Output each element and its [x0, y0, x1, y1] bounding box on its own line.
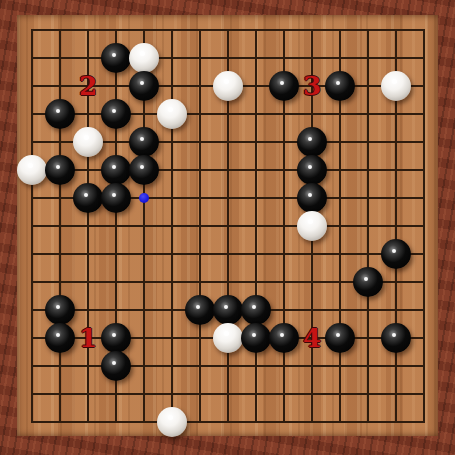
black-stone[interactable] — [101, 323, 131, 353]
white-stone[interactable] — [17, 155, 47, 185]
black-stone[interactable] — [45, 295, 75, 325]
last-move-marker — [139, 193, 149, 203]
black-stone[interactable] — [45, 155, 75, 185]
black-stone[interactable] — [129, 71, 159, 101]
white-stone[interactable] — [157, 99, 187, 129]
black-stone[interactable] — [129, 155, 159, 185]
black-stone[interactable] — [45, 323, 75, 353]
black-stone[interactable] — [353, 267, 383, 297]
black-stone[interactable] — [129, 127, 159, 157]
game-window: 1234 — [0, 0, 455, 455]
white-stone[interactable] — [129, 43, 159, 73]
white-stone[interactable] — [381, 71, 411, 101]
white-stone[interactable] — [157, 407, 187, 437]
black-stone[interactable] — [297, 155, 327, 185]
black-stone[interactable] — [297, 127, 327, 157]
black-stone[interactable] — [241, 295, 271, 325]
black-stone[interactable] — [73, 183, 103, 213]
black-stone[interactable] — [297, 183, 327, 213]
black-stone[interactable] — [101, 351, 131, 381]
black-stone[interactable] — [381, 239, 411, 269]
white-stone[interactable] — [73, 127, 103, 157]
black-stone[interactable] — [45, 99, 75, 129]
black-stone[interactable] — [269, 71, 299, 101]
black-stone[interactable] — [101, 183, 131, 213]
black-stone[interactable] — [325, 71, 355, 101]
white-stone[interactable] — [297, 211, 327, 241]
black-stone[interactable] — [241, 323, 271, 353]
black-stone[interactable] — [101, 155, 131, 185]
black-stone[interactable] — [269, 323, 299, 353]
black-stone[interactable] — [101, 43, 131, 73]
black-stone[interactable] — [101, 99, 131, 129]
white-stone[interactable] — [213, 71, 243, 101]
white-stone[interactable] — [213, 323, 243, 353]
black-stone[interactable] — [185, 295, 215, 325]
black-stone[interactable] — [325, 323, 355, 353]
black-stone[interactable] — [381, 323, 411, 353]
black-stone[interactable] — [213, 295, 243, 325]
